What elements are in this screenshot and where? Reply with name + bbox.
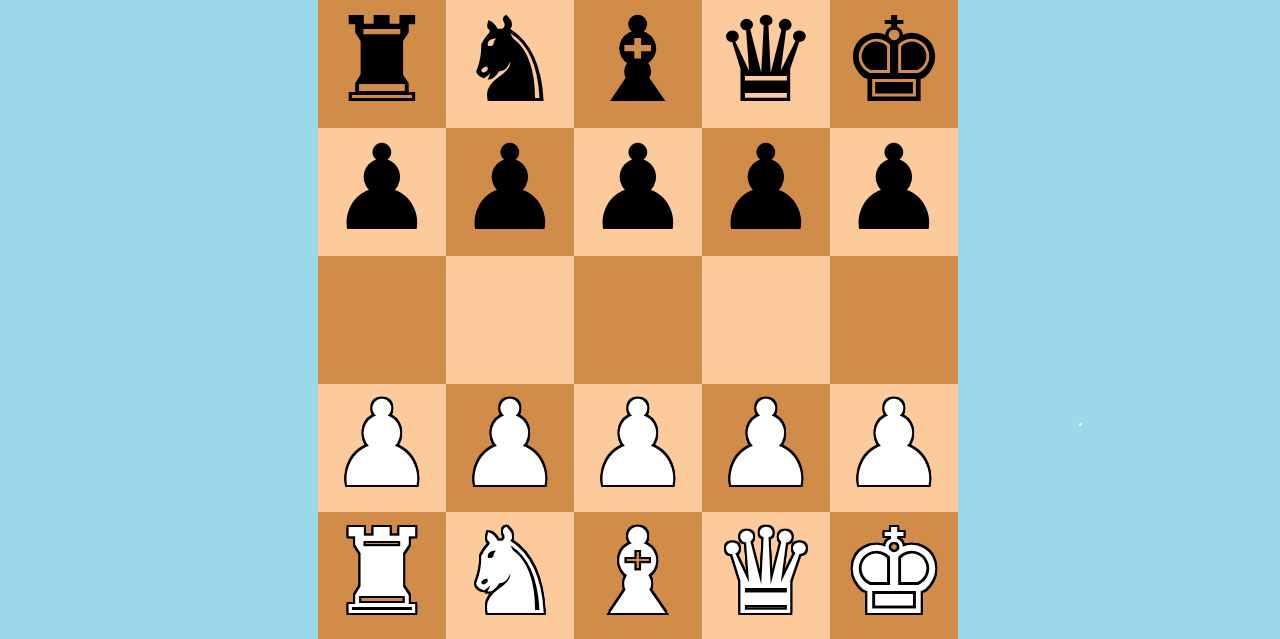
piece-black-rook[interactable]: ♜ — [329, 0, 435, 124]
piece-white-queen[interactable]: ♛ — [713, 512, 819, 636]
piece-black-pawn[interactable]: ♟ — [329, 128, 435, 252]
square-d1[interactable]: ♛ — [702, 512, 830, 639]
piece-white-pawn[interactable]: ♟ — [585, 384, 691, 508]
piece-black-queen[interactable]: ♛ — [713, 0, 819, 124]
square-e4[interactable]: ♟ — [830, 128, 958, 256]
board: ♜♞♝♛♚♟♟♟♟♟♟♟♟♟♟♜♞♝♛♚ — [318, 0, 958, 639]
piece-black-pawn[interactable]: ♟ — [841, 128, 947, 252]
square-c5[interactable]: ♝ — [574, 0, 702, 128]
piece-black-bishop[interactable]: ♝ — [585, 0, 691, 124]
square-c4[interactable]: ♟ — [574, 128, 702, 256]
square-a4[interactable]: ♟ — [318, 128, 446, 256]
square-b5[interactable]: ♞ — [446, 0, 574, 128]
square-b4[interactable]: ♟ — [446, 128, 574, 256]
cursor-dot — [1079, 423, 1082, 426]
piece-white-bishop[interactable]: ♝ — [585, 512, 691, 636]
piece-white-pawn[interactable]: ♟ — [329, 384, 435, 508]
square-c3[interactable] — [574, 256, 702, 384]
square-e3[interactable] — [830, 256, 958, 384]
piece-black-pawn[interactable]: ♟ — [713, 128, 819, 252]
piece-black-pawn[interactable]: ♟ — [457, 128, 563, 252]
page-background: ♜♞♝♛♚♟♟♟♟♟♟♟♟♟♟♜♞♝♛♚ — [0, 0, 1280, 639]
piece-white-rook[interactable]: ♜ — [329, 512, 435, 636]
piece-black-king[interactable]: ♚ — [841, 0, 947, 124]
piece-black-pawn[interactable]: ♟ — [585, 128, 691, 252]
square-e2[interactable]: ♟ — [830, 384, 958, 512]
square-a5[interactable]: ♜ — [318, 0, 446, 128]
piece-white-pawn[interactable]: ♟ — [713, 384, 819, 508]
square-e5[interactable]: ♚ — [830, 0, 958, 128]
square-c2[interactable]: ♟ — [574, 384, 702, 512]
square-b2[interactable]: ♟ — [446, 384, 574, 512]
square-d2[interactable]: ♟ — [702, 384, 830, 512]
square-d5[interactable]: ♛ — [702, 0, 830, 128]
piece-white-king[interactable]: ♚ — [841, 512, 947, 636]
piece-black-knight[interactable]: ♞ — [457, 0, 563, 124]
square-d4[interactable]: ♟ — [702, 128, 830, 256]
square-a2[interactable]: ♟ — [318, 384, 446, 512]
square-e1[interactable]: ♚ — [830, 512, 958, 639]
square-a1[interactable]: ♜ — [318, 512, 446, 639]
square-b3[interactable] — [446, 256, 574, 384]
piece-white-pawn[interactable]: ♟ — [841, 384, 947, 508]
square-d3[interactable] — [702, 256, 830, 384]
piece-white-knight[interactable]: ♞ — [457, 512, 563, 636]
piece-white-pawn[interactable]: ♟ — [457, 384, 563, 508]
square-c1[interactable]: ♝ — [574, 512, 702, 639]
square-a3[interactable] — [318, 256, 446, 384]
square-b1[interactable]: ♞ — [446, 512, 574, 639]
